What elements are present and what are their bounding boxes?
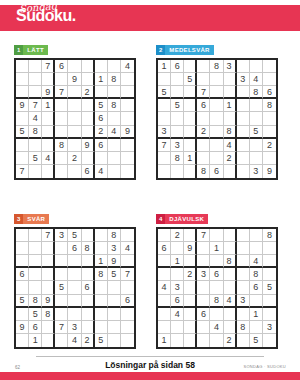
sudoku-cell-r8c5[interactable] [210, 152, 223, 165]
sudoku-cell-r7c2: 4 [171, 308, 184, 321]
sudoku-cell-r3c2[interactable] [29, 255, 42, 268]
sudoku-cell-r3c1[interactable] [16, 86, 29, 99]
sudoku-cell-r1c9[interactable] [121, 229, 134, 242]
sudoku-cell-r8c6[interactable] [82, 152, 95, 165]
sudoku-cell-r8c7: 8 [237, 321, 250, 334]
sudoku-cell-r2c9[interactable] [263, 242, 276, 255]
sudoku-cell-r2c3: 9 [184, 242, 197, 255]
sudoku-cell-r2c2[interactable] [171, 242, 184, 255]
sudoku-cell-r9c5[interactable] [68, 165, 81, 178]
sudoku-cell-r8c7[interactable] [95, 321, 108, 334]
sudoku-cell-r5c9[interactable] [263, 112, 276, 125]
sudoku-cell-r2c6[interactable] [224, 73, 237, 86]
sudoku-cell-r1c4: 6 [55, 60, 68, 73]
sudoku-cell-r1c6[interactable] [82, 60, 95, 73]
sudoku-cell-r5c1[interactable] [16, 281, 29, 294]
difficulty-badge-1: 1 LÄTT [14, 45, 48, 55]
sudoku-cell-r6c8[interactable] [250, 295, 263, 308]
sudoku-cell-r2c4[interactable] [55, 242, 68, 255]
sudoku-cell-r1c7[interactable] [95, 60, 108, 73]
bottom-bar [0, 372, 300, 380]
sudoku-cell-r5c9: 5 [263, 281, 276, 294]
sudoku-cell-r3c1[interactable] [158, 255, 171, 268]
sudoku-cell-r6c5[interactable] [68, 126, 81, 139]
sudoku-cell-r5c6[interactable] [82, 112, 95, 125]
sudoku-cell-r9c7[interactable] [237, 334, 250, 347]
sudoku-cell-r3c4[interactable] [197, 255, 210, 268]
sudoku-cell-r9c9[interactable] [121, 334, 134, 347]
sudoku-cell-r8c1: 9 [16, 321, 29, 334]
header-banner: Söndag Sudoku. [0, 5, 300, 31]
sudoku-cell-r3c9[interactable] [121, 255, 134, 268]
sudoku-cell-r4c7: 5 [95, 99, 108, 112]
sudoku-cell-r1c3[interactable] [184, 229, 197, 242]
sudoku-cell-r7c8[interactable] [108, 308, 121, 321]
sudoku-cell-r1c1: 1 [158, 60, 171, 73]
sudoku-cell-r7c8[interactable] [108, 139, 121, 152]
sudoku-cell-r9c3[interactable] [42, 165, 55, 178]
sudoku-cell-r8c8[interactable] [108, 321, 121, 334]
sudoku-cell-r8c1[interactable] [158, 152, 171, 165]
sudoku-cell-r2c6[interactable] [82, 73, 95, 86]
sudoku-cell-r8c2[interactable] [171, 321, 184, 334]
sudoku-cell-r1c3: 7 [42, 60, 55, 73]
sudoku-cell-r1c5[interactable] [68, 60, 81, 73]
sudoku-cell-r3c9[interactable] [121, 86, 134, 99]
sudoku-cell-r6c4[interactable] [55, 295, 68, 308]
sudoku-cell-r5c8[interactable] [250, 112, 263, 125]
sudoku-cell-r5c8[interactable] [108, 281, 121, 294]
sudoku-cell-r9c1: 7 [16, 165, 29, 178]
sudoku-cell-r6c2: 8 [29, 126, 42, 139]
sudoku-cell-r4c6[interactable] [224, 268, 237, 281]
footer-divider [36, 356, 264, 357]
sudoku-cell-r7c4: 8 [55, 139, 68, 152]
sudoku-cell-r5c5[interactable] [210, 281, 223, 294]
sudoku-cell-r7c2: 5 [29, 308, 42, 321]
sudoku-cell-r3c8[interactable] [108, 86, 121, 99]
badge-number: 4 [156, 214, 165, 224]
sudoku-cell-r6c8[interactable] [108, 295, 121, 308]
sudoku-cell-r8c9[interactable] [121, 152, 134, 165]
sudoku-cell-r1c3[interactable] [184, 60, 197, 73]
badge-number: 1 [14, 45, 23, 55]
sudoku-cell-r7c5[interactable] [68, 308, 81, 321]
sudoku-cell-r7c6[interactable] [224, 308, 237, 321]
sudoku-cell-r9c1[interactable] [16, 334, 29, 347]
sudoku-cell-r8c3[interactable] [184, 321, 197, 334]
sudoku-cell-r9c6[interactable] [224, 165, 237, 178]
sudoku-cell-r6c7[interactable] [237, 126, 250, 139]
sudoku-cell-r1c7[interactable] [237, 229, 250, 242]
sudoku-logo: Söndag Sudoku. [16, 1, 76, 25]
sudoku-cell-r8c3: 4 [42, 152, 55, 165]
sudoku-cell-r4c8: 5 [108, 268, 121, 281]
sudoku-cell-r9c5[interactable] [210, 334, 223, 347]
sudoku-cell-r3c7[interactable] [237, 86, 250, 99]
sudoku-cell-r8c2: 5 [29, 152, 42, 165]
sudoku-cell-r4c1: 9 [16, 99, 29, 112]
sudoku-cell-r4c2: 7 [29, 99, 42, 112]
sudoku-cell-r6c9[interactable] [263, 126, 276, 139]
sudoku-cell-r6c5[interactable] [210, 126, 223, 139]
sudoku-cell-r2c3[interactable] [42, 242, 55, 255]
sudoku-cell-r1c5: 5 [68, 229, 81, 242]
sudoku-cell-r3c4: 7 [55, 86, 68, 99]
sudoku-cell-r1c4[interactable] [197, 60, 210, 73]
sudoku-cell-r6c2: 6 [171, 295, 184, 308]
sudoku-cell-r6c1: 5 [16, 295, 29, 308]
sudoku-cell-r9c6: 6 [82, 165, 95, 178]
sudoku-cell-r3c2[interactable] [171, 86, 184, 99]
sudoku-cell-r1c1[interactable] [16, 60, 29, 73]
sudoku-cell-r6c9[interactable] [263, 295, 276, 308]
sudoku-cell-r3c2[interactable] [29, 86, 42, 99]
sudoku-cell-r8c6[interactable] [82, 321, 95, 334]
sudoku-cell-r6c4[interactable] [55, 126, 68, 139]
sudoku-cell-r6c1: 3 [158, 126, 171, 139]
sudoku-cell-r4c6[interactable] [82, 268, 95, 281]
sudoku-cell-r4c2[interactable] [171, 268, 184, 281]
sudoku-cell-r2c4[interactable] [197, 73, 210, 86]
sudoku-cell-r8c7[interactable] [95, 152, 108, 165]
sudoku-cell-r8c4[interactable] [55, 152, 68, 165]
sudoku-cell-r4c5[interactable] [68, 99, 81, 112]
sudoku-cell-r6c6[interactable] [82, 126, 95, 139]
sudoku-board-4: 278691184236843656843461483125 [156, 227, 278, 349]
sudoku-cell-r6c2[interactable] [171, 126, 184, 139]
sudoku-cell-r7c9[interactable] [121, 308, 134, 321]
sudoku-cell-r6c5[interactable] [68, 295, 81, 308]
sudoku-cell-r3c4: 7 [197, 86, 210, 99]
sudoku-cell-r6c3[interactable] [184, 126, 197, 139]
sudoku-cell-r7c6: 4 [224, 139, 237, 152]
sudoku-cell-r8c7[interactable] [237, 152, 250, 165]
sudoku-cell-r1c9[interactable] [263, 60, 276, 73]
sudoku-cell-r2c8: 3 [108, 242, 121, 255]
sudoku-cell-r1c4: 3 [55, 229, 68, 242]
badge-label: SVÅR [23, 214, 49, 224]
sudoku-cell-r9c9[interactable] [121, 165, 134, 178]
sudoku-cell-r3c5[interactable] [68, 255, 81, 268]
sudoku-cell-r8c4: 7 [55, 321, 68, 334]
sudoku-cell-r4c8: 8 [250, 268, 263, 281]
sudoku-cell-r7c3[interactable] [184, 139, 197, 152]
difficulty-badge-4: 4 DJÄVULSK [156, 214, 208, 224]
sudoku-cell-r9c3[interactable] [184, 334, 197, 347]
sudoku-cell-r3c6: 2 [82, 86, 95, 99]
sudoku-cell-r5c5[interactable] [68, 281, 81, 294]
sudoku-cell-r2c5[interactable] [210, 73, 223, 86]
sudoku-cell-r8c9[interactable] [121, 321, 134, 334]
sudoku-cell-r6c6: 4 [224, 295, 237, 308]
sudoku-cell-r9c5: 6 [210, 165, 223, 178]
sudoku-cell-r1c1[interactable] [158, 229, 171, 242]
sudoku-cell-r4c1[interactable] [158, 268, 171, 281]
sudoku-cell-r9c9[interactable] [263, 334, 276, 347]
sudoku-cell-r1c6[interactable] [82, 229, 95, 242]
sudoku-cell-r1c6: 3 [224, 60, 237, 73]
sudoku-cell-r5c4[interactable] [197, 112, 210, 125]
sudoku-cell-r7c5[interactable] [210, 139, 223, 152]
sudoku-cell-r8c4[interactable] [197, 152, 210, 165]
sudoku-cell-r4c5[interactable] [210, 99, 223, 112]
sudoku-cell-r5c7[interactable] [95, 281, 108, 294]
sudoku-cell-r5c3[interactable] [184, 281, 197, 294]
sudoku-cell-r1c8: 8 [108, 229, 121, 242]
sudoku-cell-r2c9: 4 [121, 242, 134, 255]
badge-label: LÄTT [23, 45, 48, 55]
sudoku-cell-r1c7[interactable] [237, 60, 250, 73]
sudoku-cell-r1c2[interactable] [29, 229, 42, 242]
sudoku-cell-r2c6[interactable] [224, 242, 237, 255]
sudoku-cell-r6c2: 8 [29, 295, 42, 308]
sudoku-cell-r9c4[interactable] [55, 334, 68, 347]
sudoku-cell-r5c9[interactable] [121, 112, 134, 125]
sudoku-cell-r3c6: 8 [224, 255, 237, 268]
sudoku-cell-r3c6[interactable] [224, 86, 237, 99]
sudoku-cell-r5c3[interactable] [184, 112, 197, 125]
sudoku-cell-r7c5[interactable] [68, 139, 81, 152]
sudoku-cell-r4c9: 8 [263, 99, 276, 112]
sudoku-cell-r3c4[interactable] [55, 255, 68, 268]
sudoku-cell-r2c2[interactable] [29, 73, 42, 86]
sudoku-cell-r1c2: 2 [171, 229, 184, 242]
sudoku-cell-r4c4[interactable] [55, 99, 68, 112]
badge-label: MEDELSVÅR [165, 45, 213, 55]
sudoku-cell-r8c8[interactable] [250, 152, 263, 165]
sudoku-cell-r5c2[interactable] [171, 112, 184, 125]
sudoku-cell-r2c1[interactable] [16, 242, 29, 255]
sudoku-cell-r1c2[interactable] [29, 60, 42, 73]
sudoku-cell-r2c9[interactable] [121, 73, 134, 86]
sudoku-cell-r2c5: 9 [68, 73, 81, 86]
sudoku-cell-r3c7[interactable] [237, 255, 250, 268]
sudoku-cell-r9c8[interactable] [108, 334, 121, 347]
sudoku-cell-r5c7[interactable] [237, 281, 250, 294]
sudoku-cell-r5c3[interactable] [42, 112, 55, 125]
sudoku-cell-r3c5[interactable] [210, 255, 223, 268]
sudoku-cell-r8c4[interactable] [197, 321, 210, 334]
sudoku-board-1: 764918972971584658249896542764 [14, 58, 136, 180]
sudoku-cell-r3c3: 9 [42, 86, 55, 99]
sudoku-cell-r7c4[interactable] [55, 308, 68, 321]
footer-credit: SÖNDAG · SUDOKU [243, 364, 286, 369]
sudoku-cell-r9c1: 1 [158, 334, 171, 347]
sudoku-cell-r9c2[interactable] [29, 165, 42, 178]
sudoku-cell-r7c1[interactable] [158, 308, 171, 321]
sudoku-cell-r8c8[interactable] [250, 321, 263, 334]
sudoku-cell-r6c3[interactable] [184, 295, 197, 308]
sudoku-cell-r4c9[interactable] [263, 268, 276, 281]
sudoku-cell-r9c8[interactable] [108, 165, 121, 178]
sudoku-cell-r1c5: 8 [210, 60, 223, 73]
sudoku-cell-r3c7[interactable] [95, 86, 108, 99]
difficulty-badge-2: 2 MEDELSVÅR [156, 45, 214, 55]
sudoku-cell-r6c6: 8 [224, 126, 237, 139]
sudoku-cell-r3c6[interactable] [82, 255, 95, 268]
sudoku-cell-r5c2[interactable] [29, 281, 42, 294]
sudoku-cell-r9c2[interactable] [171, 165, 184, 178]
sudoku-cell-r1c1[interactable] [16, 229, 29, 242]
sudoku-cell-r7c1[interactable] [16, 139, 29, 152]
sudoku-cell-r8c3[interactable] [42, 321, 55, 334]
sudoku-cell-r9c3[interactable] [184, 165, 197, 178]
sudoku-cell-r4c3[interactable] [42, 268, 55, 281]
sudoku-cell-r9c1[interactable] [158, 165, 171, 178]
sudoku-cell-r2c8[interactable] [250, 242, 263, 255]
sudoku-cell-r4c9: 7 [121, 268, 134, 281]
sudoku-cell-r7c8[interactable] [250, 139, 263, 152]
sudoku-cell-r5c7[interactable] [237, 112, 250, 125]
sudoku-cell-r2c4[interactable] [55, 73, 68, 86]
sudoku-cell-r4c7: 8 [95, 268, 108, 281]
sudoku-cell-r6c8: 5 [250, 126, 263, 139]
sudoku-cell-r4c2[interactable] [29, 268, 42, 281]
sudoku-cell-r2c2[interactable] [171, 73, 184, 86]
sudoku-cell-r2c4[interactable] [197, 242, 210, 255]
sudoku-cell-r8c6[interactable] [224, 321, 237, 334]
sudoku-cell-r5c9[interactable] [121, 281, 134, 294]
sudoku-cell-r9c8: 3 [250, 165, 263, 178]
sudoku-cell-r9c7: 4 [95, 165, 108, 178]
sudoku-cell-r6c7[interactable] [95, 295, 108, 308]
sudoku-cell-r4c6[interactable] [82, 99, 95, 112]
puzzle-3-svar: 3 SVÅR 735868341968575658965896731425 [14, 207, 140, 349]
sudoku-cell-r7c4[interactable] [197, 139, 210, 152]
sudoku-cell-r4c3: 1 [42, 99, 55, 112]
sudoku-cell-r5c1: 4 [158, 281, 171, 294]
sudoku-board-3: 735868341968575658965896731425 [14, 227, 136, 349]
sudoku-cell-r4c8: 8 [108, 99, 121, 112]
sudoku-cell-r6c3: 9 [42, 295, 55, 308]
sudoku-cell-r1c6[interactable] [224, 229, 237, 242]
sudoku-cell-r3c5[interactable] [68, 86, 81, 99]
magazine-sudoku-page: Söndag Sudoku. 1 LÄTT 764918972971584658… [0, 0, 300, 380]
sudoku-cell-r7c7[interactable] [237, 139, 250, 152]
sudoku-cell-r2c3[interactable] [42, 73, 55, 86]
sudoku-cell-r7c9[interactable] [121, 139, 134, 152]
sudoku-cell-r2c1[interactable] [16, 73, 29, 86]
sudoku-cell-r8c8[interactable] [108, 152, 121, 165]
sudoku-cell-r2c9[interactable] [263, 73, 276, 86]
sudoku-cell-r5c5[interactable] [210, 112, 223, 125]
sudoku-cell-r1c5[interactable] [210, 229, 223, 242]
sudoku-cell-r3c7: 1 [95, 255, 108, 268]
sudoku-cell-r8c1[interactable] [16, 152, 29, 165]
sudoku-cell-r3c5[interactable] [210, 86, 223, 99]
sudoku-cell-r9c5: 4 [68, 334, 81, 347]
sudoku-cell-r3c9[interactable] [263, 255, 276, 268]
sudoku-cell-r9c3[interactable] [42, 334, 55, 347]
sudoku-cell-r9c4[interactable] [197, 334, 210, 347]
sudoku-cell-r1c8[interactable] [108, 60, 121, 73]
sudoku-cell-r4c3: 2 [184, 268, 197, 281]
sudoku-cell-r9c7[interactable] [237, 165, 250, 178]
sudoku-cell-r7c9[interactable] [263, 308, 276, 321]
sudoku-cell-r7c3: 8 [42, 308, 55, 321]
sudoku-cell-r8c5: 4 [210, 321, 223, 334]
sudoku-cell-r5c8[interactable] [108, 112, 121, 125]
sudoku-cell-r3c3[interactable] [184, 86, 197, 99]
sudoku-cell-r9c2[interactable] [171, 334, 184, 347]
sudoku-cell-r8c1[interactable] [158, 321, 171, 334]
sudoku-cell-r2c7: 1 [95, 73, 108, 86]
sudoku-cell-r9c4[interactable] [55, 165, 68, 178]
sudoku-cell-r4c6: 1 [224, 99, 237, 112]
sudoku-cell-r3c3[interactable] [42, 255, 55, 268]
sudoku-cell-r5c5[interactable] [68, 112, 81, 125]
sudoku-cell-r5c4[interactable] [197, 281, 210, 294]
sudoku-cell-r5c1[interactable] [158, 112, 171, 125]
sudoku-cell-r1c8[interactable] [250, 229, 263, 242]
sudoku-cell-r8c9: 3 [263, 321, 276, 334]
sudoku-cell-r7c1[interactable] [16, 308, 29, 321]
sudoku-cell-r2c6: 8 [82, 242, 95, 255]
sudoku-cell-r5c6[interactable] [224, 281, 237, 294]
sudoku-cell-r7c6[interactable] [82, 308, 95, 321]
sudoku-cell-r9c6: 2 [224, 334, 237, 347]
sudoku-cell-r4c4[interactable] [55, 268, 68, 281]
sudoku-cell-r2c1[interactable] [158, 73, 171, 86]
sudoku-cell-r7c7[interactable] [95, 308, 108, 321]
sudoku-cell-r5c8: 6 [250, 281, 263, 294]
sudoku-cell-r6c7: 2 [95, 126, 108, 139]
sudoku-cell-r4c3[interactable] [184, 99, 197, 112]
puzzle-4-djavulsk: 4 DJÄVULSK 27869118423684365684346148312… [156, 207, 282, 349]
sudoku-cell-r7c5[interactable] [210, 308, 223, 321]
sudoku-cell-r3c3[interactable] [184, 255, 197, 268]
sudoku-cell-r6c3[interactable] [42, 126, 55, 139]
sudoku-cell-r1c7[interactable] [95, 229, 108, 242]
sudoku-cell-r7c4: 6 [197, 308, 210, 321]
sudoku-cell-r4c7[interactable] [237, 268, 250, 281]
sudoku-cell-r1c4: 7 [197, 229, 210, 242]
sudoku-cell-r7c8: 1 [250, 308, 263, 321]
sudoku-cell-r7c7[interactable] [237, 308, 250, 321]
sudoku-cell-r6c4: 2 [197, 126, 210, 139]
sudoku-cell-r6c1[interactable] [158, 295, 171, 308]
sudoku-cell-r5c1[interactable] [16, 112, 29, 125]
sudoku-cell-r7c2[interactable] [29, 139, 42, 152]
sudoku-cell-r4c8[interactable] [250, 99, 263, 112]
sudoku-cell-r5c4[interactable] [55, 112, 68, 125]
sudoku-cell-r6c6[interactable] [82, 295, 95, 308]
sudoku-cell-r2c2[interactable] [29, 242, 42, 255]
sudoku-cell-r2c7[interactable] [237, 242, 250, 255]
sudoku-cell-r9c4: 8 [197, 165, 210, 178]
sudoku-cell-r7c3[interactable] [184, 308, 197, 321]
sudoku-cell-r8c2: 6 [29, 321, 42, 334]
sudoku-cell-r3c8: 9 [108, 255, 121, 268]
sudoku-cell-r3c1[interactable] [16, 255, 29, 268]
sudoku-cell-r6c4[interactable] [197, 295, 210, 308]
sudoku-cell-r8c5: 3 [68, 321, 81, 334]
sudoku-cell-r7c3[interactable] [42, 139, 55, 152]
sudoku-cell-r4c4: 6 [197, 99, 210, 112]
sudoku-cell-r9c2: 1 [29, 334, 42, 347]
sudoku-cell-r4c5[interactable] [68, 268, 81, 281]
sudoku-cell-r5c6[interactable] [224, 112, 237, 125]
sudoku-cell-r2c7[interactable] [95, 242, 108, 255]
sudoku-cell-r5c3[interactable] [42, 281, 55, 294]
sudoku-cell-r4c9[interactable] [121, 99, 134, 112]
sudoku-cell-r4c1[interactable] [158, 99, 171, 112]
sudoku-cell-r1c8[interactable] [250, 60, 263, 73]
sudoku-cell-r4c7[interactable] [237, 99, 250, 112]
sudoku-cell-r9c8: 5 [250, 334, 263, 347]
sudoku-cell-r8c9[interactable] [263, 152, 276, 165]
